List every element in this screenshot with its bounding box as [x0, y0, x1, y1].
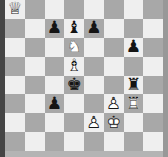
board-left-border [0, 0, 5, 157]
piece-black-rook: ♜ [124, 76, 144, 95]
square-b4[interactable] [25, 76, 45, 95]
piece-white-pawn: ♟♙ [84, 113, 104, 132]
square-d4[interactable]: ♚ [64, 76, 84, 95]
square-g6[interactable]: ♟ [124, 38, 144, 57]
board-right-border [163, 0, 168, 157]
square-h1[interactable] [143, 132, 163, 151]
square-b2[interactable] [25, 113, 45, 132]
square-g4[interactable]: ♜ [124, 76, 144, 95]
white-pawn-outline-glyph: ♙ [104, 95, 124, 112]
square-g2[interactable] [124, 113, 144, 132]
square-d5[interactable]: ♝♗ [64, 57, 84, 76]
square-h5[interactable] [143, 57, 163, 76]
square-h6[interactable] [143, 38, 163, 57]
piece-white-rook: ♜♖ [124, 94, 144, 113]
square-a2[interactable] [5, 113, 25, 132]
piece-white-knight: ♞♘ [64, 38, 84, 57]
black-pawn-glyph: ♟ [45, 95, 65, 112]
square-b3[interactable] [25, 94, 45, 113]
white-king-outline-glyph: ♔ [104, 114, 124, 131]
black-bishop-glyph: ♝ [64, 19, 84, 36]
square-e5[interactable] [84, 57, 104, 76]
square-c6[interactable] [45, 38, 65, 57]
square-d2[interactable] [64, 113, 84, 132]
piece-black-pawn: ♟ [124, 38, 144, 57]
square-f7[interactable] [104, 19, 124, 38]
square-e4[interactable] [84, 76, 104, 95]
square-f4[interactable] [104, 76, 124, 95]
piece-black-pawn: ♟ [45, 94, 65, 113]
chess-board: ♛♕♟♝♟♞♘♟♝♗♚♜♟♟♙♜♖♟♙♚♔ [5, 0, 163, 151]
piece-black-pawn: ♟ [45, 19, 65, 38]
square-c3[interactable]: ♟ [45, 94, 65, 113]
piece-white-king: ♚♔ [104, 113, 124, 132]
square-d6[interactable]: ♞♘ [64, 38, 84, 57]
square-d7[interactable]: ♝ [64, 19, 84, 38]
square-b6[interactable] [25, 38, 45, 57]
square-d3[interactable] [64, 94, 84, 113]
black-rook-glyph: ♜ [124, 76, 144, 93]
square-b1[interactable] [25, 132, 45, 151]
square-g3[interactable]: ♜♖ [124, 94, 144, 113]
square-f5[interactable] [104, 57, 124, 76]
square-d1[interactable] [64, 132, 84, 151]
square-a8[interactable]: ♛♕ [5, 0, 25, 19]
square-e2[interactable]: ♟♙ [84, 113, 104, 132]
square-c7[interactable]: ♟ [45, 19, 65, 38]
black-pawn-glyph: ♟ [124, 38, 144, 55]
piece-white-pawn: ♟♙ [104, 94, 124, 113]
square-g7[interactable] [124, 19, 144, 38]
white-rook-outline-glyph: ♖ [124, 95, 144, 112]
square-a6[interactable] [5, 38, 25, 57]
square-a1[interactable] [5, 132, 25, 151]
square-e7[interactable]: ♟ [84, 19, 104, 38]
square-e8[interactable] [84, 0, 104, 19]
chess-diagram: ♛♕♟♝♟♞♘♟♝♗♚♜♟♟♙♜♖♟♙♚♔ [0, 0, 168, 157]
piece-black-bishop: ♝ [64, 19, 84, 38]
white-queen-outline-glyph: ♕ [5, 0, 25, 17]
square-c1[interactable] [45, 132, 65, 151]
square-b5[interactable] [25, 57, 45, 76]
square-e1[interactable] [84, 132, 104, 151]
square-b7[interactable] [25, 19, 45, 38]
square-h2[interactable] [143, 113, 163, 132]
square-c2[interactable] [45, 113, 65, 132]
white-bishop-outline-glyph: ♗ [64, 57, 84, 74]
square-f6[interactable] [104, 38, 124, 57]
square-b8[interactable] [25, 0, 45, 19]
square-g1[interactable] [124, 132, 144, 151]
square-a4[interactable] [5, 76, 25, 95]
black-pawn-glyph: ♟ [84, 19, 104, 36]
square-f8[interactable] [104, 0, 124, 19]
square-h3[interactable] [143, 94, 163, 113]
square-a5[interactable] [5, 57, 25, 76]
square-h7[interactable] [143, 19, 163, 38]
piece-white-bishop: ♝♗ [64, 57, 84, 76]
piece-black-king: ♚ [64, 76, 84, 95]
square-h4[interactable] [143, 76, 163, 95]
square-c5[interactable] [45, 57, 65, 76]
square-c8[interactable] [45, 0, 65, 19]
square-g5[interactable] [124, 57, 144, 76]
square-f3[interactable]: ♟♙ [104, 94, 124, 113]
square-a7[interactable] [5, 19, 25, 38]
piece-white-queen: ♛♕ [5, 0, 25, 19]
square-e6[interactable] [84, 38, 104, 57]
square-f1[interactable] [104, 132, 124, 151]
square-e3[interactable] [84, 94, 104, 113]
square-a3[interactable] [5, 94, 25, 113]
square-f2[interactable]: ♚♔ [104, 113, 124, 132]
square-g8[interactable] [124, 0, 144, 19]
white-pawn-outline-glyph: ♙ [84, 114, 104, 131]
square-d8[interactable] [64, 0, 84, 19]
square-h8[interactable] [143, 0, 163, 19]
square-c4[interactable] [45, 76, 65, 95]
white-knight-outline-glyph: ♘ [64, 38, 84, 55]
piece-black-pawn: ♟ [84, 19, 104, 38]
black-king-glyph: ♚ [64, 76, 84, 93]
black-pawn-glyph: ♟ [45, 19, 65, 36]
